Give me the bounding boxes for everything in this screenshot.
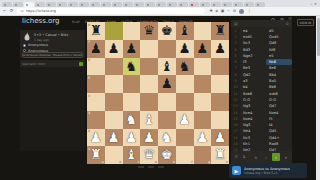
square-c4[interactable] [123,93,141,111]
square-f3[interactable]: ♟ [176,111,194,129]
square-b2[interactable]: ♟ [105,129,123,147]
menu-button[interactable]: ☰ [233,153,239,161]
address-bar[interactable]: ⓘ https://lichess.org [17,8,205,14]
browser-window: ⌄ ✕ ← ⟳ ⓘ https://lichess.org ✚◈▣☆⚙ ⋮ li… [0,0,320,180]
sign-in-button[interactable]: SIGN IN [297,19,314,26]
play-icon: ▶ [232,166,241,175]
white-pawn-d2[interactable]: ♟ [140,129,158,147]
square-f4[interactable] [176,93,194,111]
square-g2[interactable]: ♟ [194,129,212,147]
url-text: https://lichess.org [26,9,56,13]
back-icon[interactable]: ← [3,9,7,14]
white-pawn-h2[interactable]: ♟ [211,129,229,147]
toast-subtitle: lichess.org • Blitz 5+3 [244,171,290,175]
square-f6[interactable]: ♞ [176,58,194,76]
black-knight-f6[interactable]: ♞ [176,58,194,76]
black-king-e8[interactable]: ♚ [158,22,176,40]
square-a3[interactable]: 3 [87,111,105,129]
flip-board-button[interactable]: ⇅ [241,153,247,161]
white-knight-e2[interactable]: ♞ [158,129,176,147]
extension-box-icon[interactable]: ▣ [221,9,225,13]
square-c5[interactable] [123,75,141,93]
white-pawn-f3[interactable]: ♟ [176,111,194,129]
square-d4[interactable] [140,93,158,111]
square-e6[interactable]: ♝ [158,58,176,76]
square-a4[interactable]: 4 [87,93,105,111]
browser-toolbar: ← ⟳ ⓘ https://lichess.org ✚◈▣☆⚙ ⋮ [0,7,320,16]
prev-move-button[interactable]: ‹ [262,153,270,161]
square-d8[interactable]: ♛ [140,22,158,40]
square-a6[interactable]: 6 [87,58,105,76]
chat-title: Spectator room [22,62,79,66]
square-c3[interactable]: ♞ [123,111,141,129]
first-move-button[interactable]: « [252,153,260,161]
refresh-icon[interactable]: ⟳ [10,9,14,14]
square-a7[interactable]: ♟7 [87,40,105,58]
square-e5[interactable]: ♟ [158,75,176,93]
square-f8[interactable]: ♝ [176,22,194,40]
game-meta-panel: 5+3 • Casual • Blitz 1 day ago Anonymous… [20,30,85,58]
notification-toast[interactable]: ▶ Anonymous vs Anonymous lichess.org • B… [229,163,307,178]
chat-header: Spectator room [20,60,85,67]
white-pawn-g2[interactable]: ♟ [194,129,212,147]
square-h8[interactable]: ♜ [211,22,229,40]
move-panel-toolbar: ▤⚙ [231,20,292,27]
square-h5[interactable] [211,75,229,93]
site-info-icon[interactable]: ⓘ [21,9,24,13]
square-b7[interactable]: ♟ [105,40,123,58]
square-b6[interactable] [105,58,123,76]
square-c6[interactable]: ♞ [123,58,141,76]
toast-title: Anonymous vs Anonymous [244,167,290,171]
square-a2[interactable]: ♟2 [87,129,105,147]
chess-board[interactable]: ♜8♛♚♝♜♟7♟♟♟♟♟6♞♝♞5♟43♞♝♟♟2♟♟♟♞♟♟♜a1b♝c♛d… [87,22,229,164]
black-queen-d8[interactable]: ♛ [140,22,158,40]
black-pawn-e5[interactable]: ♟ [158,75,176,93]
square-f5[interactable] [176,75,194,93]
square-g3[interactable] [194,111,212,129]
square-b4[interactable] [105,93,123,111]
lichess-logo[interactable]: lichess.org [22,17,59,25]
time-control-label: 5+3 • Casual • Blitz [34,33,68,37]
square-d5[interactable] [140,75,158,93]
black-pawn-c7[interactable]: ♟ [123,40,141,58]
square-h2[interactable]: ♟ [211,129,229,147]
square-e8[interactable]: ♚ [158,22,176,40]
black-pawn-f7[interactable]: ♟ [176,40,194,58]
square-g1[interactable]: g [194,146,212,164]
square-e7[interactable] [158,40,176,58]
square-b8[interactable] [105,22,123,40]
square-h6[interactable] [211,58,229,76]
lichess-page: lichess.org PLAYPUZZLESLEARNWATCHCOMMUNI… [0,16,320,180]
opening-name[interactable]: Scandinavian Defense: Mieses-Kotroc Vari… [22,52,83,58]
square-f1[interactable]: f [176,146,194,164]
square-a1[interactable]: ♜a1 [87,146,105,164]
square-e2[interactable]: ♞ [158,129,176,147]
black-bishop-e6[interactable]: ♝ [158,58,176,76]
nav-item-play[interactable]: PLAY [72,20,80,24]
last-move-button[interactable]: » [282,153,290,161]
profile-avatar[interactable] [239,9,244,14]
move-list[interactable]: 1e4d52exd5Qxd53Nc3Qd84Bd3Nf65Nge2e56f3Nc… [231,27,292,151]
square-g5[interactable] [194,75,212,93]
extension-puzzle-icon[interactable]: ✚ [210,9,213,13]
extension-diamond-icon[interactable]: ◈ [215,9,218,13]
square-c7[interactable]: ♟ [123,40,141,58]
chat-messages[interactable] [20,67,85,151]
player-white[interactable]: Anonymous [23,43,48,47]
square-d6[interactable] [140,58,158,76]
playback-controls: ☰⇅ «‹›» [231,151,292,163]
square-b5[interactable] [105,75,123,93]
scrollbar-thumb[interactable] [317,18,320,56]
square-d3[interactable]: ♝ [140,111,158,129]
chat-toggle[interactable] [79,62,83,66]
black-pawn-b7[interactable]: ♟ [105,40,123,58]
square-c1[interactable]: ♝c [123,146,141,164]
square-g7[interactable]: ♟ [194,40,212,58]
square-a5[interactable]: 5 [87,75,105,93]
square-g6[interactable] [194,58,212,76]
next-move-button[interactable]: › [272,153,280,161]
white-knight-c3[interactable]: ♞ [123,111,141,129]
black-pawn-g7[interactable]: ♟ [194,40,212,58]
board-menu-icon[interactable]: ▤ [234,22,238,26]
square-e4[interactable] [158,93,176,111]
black-bishop-f8[interactable]: ♝ [176,22,194,40]
square-g8[interactable] [194,22,212,40]
black-pawn-h7[interactable]: ♟ [211,40,229,58]
game-date-label: 1 day ago [34,38,49,42]
square-h1[interactable]: ♜h [211,146,229,164]
browser-scrollbar[interactable] [316,16,320,180]
square-g4[interactable] [194,93,212,111]
square-d2[interactable]: ♟ [140,129,158,147]
board-footer-menu[interactable] [138,166,164,168]
black-knight-c6[interactable]: ♞ [123,58,141,76]
square-a8[interactable]: ♜8 [87,22,105,40]
square-d1[interactable]: ♛d [140,146,158,164]
square-h4[interactable] [211,93,229,111]
extension-gear-icon[interactable]: ⚙ [233,9,236,13]
black-rook-h8[interactable]: ♜ [211,22,229,40]
square-e3[interactable] [158,111,176,129]
square-b1[interactable]: b [105,146,123,164]
settings-gear-icon[interactable]: ⚙ [286,22,289,26]
white-pawn-b2[interactable]: ♟ [105,129,123,147]
square-h3[interactable] [211,111,229,129]
square-e1[interactable]: ♚e [158,146,176,164]
blitz-flame-icon [23,32,31,42]
white-color-icon [23,44,26,47]
browser-tab-strip: ⌄ ✕ [0,0,320,7]
move-panel: ▤⚙ 1e4d52exd5Qxd53Nc3Qd84Bd3Nf65Nge2e56f… [231,20,292,163]
white-bishop-d3[interactable]: ♝ [140,111,158,129]
extension-star-icon[interactable]: ☆ [227,9,230,13]
square-h7[interactable]: ♟ [211,40,229,58]
square-f7[interactable]: ♟ [176,40,194,58]
square-c8[interactable] [123,22,141,40]
square-f2[interactable] [176,129,194,147]
white-pawn-c2[interactable]: ♟ [123,129,141,147]
kebab-menu-icon[interactable]: ⋮ [247,9,252,14]
square-c2[interactable]: ♟ [123,129,141,147]
square-d7[interactable] [140,40,158,58]
square-b3[interactable] [105,111,123,129]
extension-icons: ✚◈▣☆⚙ [210,9,237,13]
